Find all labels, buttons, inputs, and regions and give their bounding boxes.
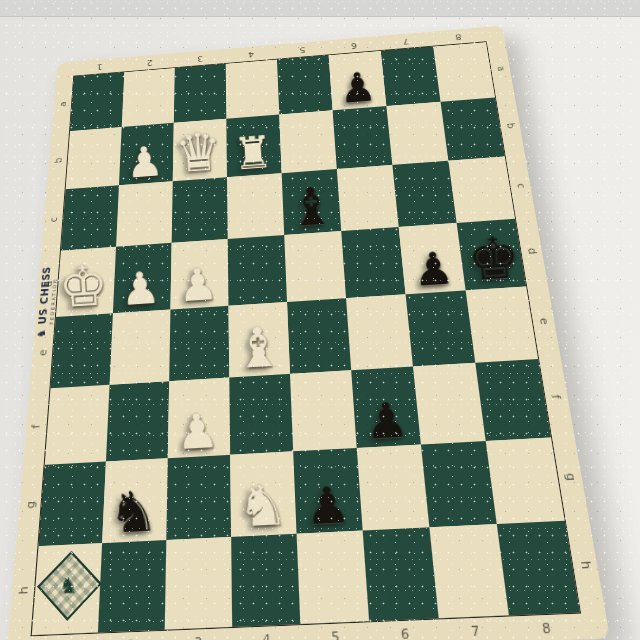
square-c2 bbox=[116, 181, 173, 247]
square-g8 bbox=[486, 437, 565, 525]
square-h2 bbox=[98, 540, 166, 632]
square-b4: ♜ bbox=[226, 114, 281, 177]
square-a6: ♟ bbox=[329, 51, 387, 110]
board-grid: ♟♟♛♜♝♚♟♟♟♚♝♟♟♞♞♟ bbox=[32, 42, 580, 635]
coord-label-4: 4 bbox=[232, 625, 301, 640]
piece-white-king: ♚ bbox=[57, 257, 110, 316]
coord-label-8: 8 bbox=[509, 614, 584, 640]
square-d3: ♟ bbox=[170, 239, 228, 309]
square-c6 bbox=[337, 164, 399, 231]
square-h6 bbox=[363, 528, 439, 622]
square-d2: ♟ bbox=[113, 243, 172, 313]
square-g3 bbox=[166, 454, 231, 540]
piece-black-pawn: ♟ bbox=[338, 66, 377, 109]
background-wall-strip bbox=[0, 0, 640, 17]
square-f3: ♟ bbox=[168, 377, 230, 457]
square-g6 bbox=[357, 444, 430, 531]
square-g4: ♞ bbox=[230, 451, 296, 537]
square-h3 bbox=[165, 537, 232, 630]
square-g2: ♞ bbox=[102, 458, 168, 544]
square-g7 bbox=[421, 440, 497, 527]
piece-black-pawn: ♟ bbox=[412, 245, 456, 293]
square-a7 bbox=[381, 47, 441, 106]
square-d7: ♟ bbox=[399, 223, 466, 294]
square-f4 bbox=[229, 374, 293, 455]
chess-board-mat: 12345678 12345678 abcdefgh abcdefgh ♞ US… bbox=[6, 26, 610, 640]
square-f8 bbox=[475, 359, 551, 441]
square-c1 bbox=[61, 185, 119, 251]
square-h7 bbox=[429, 524, 508, 618]
square-e1 bbox=[50, 313, 112, 388]
square-c5: ♝ bbox=[282, 169, 342, 236]
piece-black-king: ♚ bbox=[465, 228, 521, 289]
coord-label-7: 7 bbox=[439, 617, 513, 640]
square-d6 bbox=[341, 227, 405, 298]
piece-white-rook: ♜ bbox=[232, 128, 275, 175]
square-f7 bbox=[413, 363, 486, 444]
square-h4 bbox=[231, 534, 300, 627]
piece-white-knight: ♞ bbox=[235, 476, 289, 535]
square-c3 bbox=[172, 177, 228, 243]
square-c7 bbox=[392, 160, 456, 227]
coord-label-2: 2 bbox=[97, 631, 165, 640]
square-a4 bbox=[226, 59, 280, 118]
square-b3: ♛ bbox=[173, 119, 227, 181]
square-f6: ♟ bbox=[351, 366, 421, 447]
coord-label-6: 6 bbox=[369, 620, 441, 640]
square-a8 bbox=[433, 42, 495, 101]
coord-label-5: 5 bbox=[300, 622, 371, 640]
square-e8 bbox=[466, 286, 538, 362]
square-d5 bbox=[284, 231, 346, 302]
square-e7 bbox=[406, 290, 476, 366]
square-h5 bbox=[297, 531, 370, 624]
square-e3 bbox=[169, 306, 229, 381]
piece-black-pawn: ♟ bbox=[364, 395, 411, 446]
square-a2 bbox=[122, 68, 175, 127]
square-d1: ♚ bbox=[56, 247, 116, 317]
square-e6 bbox=[346, 294, 413, 370]
coord-label-3: 3 bbox=[164, 628, 232, 640]
square-b7 bbox=[386, 102, 448, 165]
piece-white-pawn: ♟ bbox=[125, 140, 164, 184]
square-b6 bbox=[333, 106, 393, 169]
piece-white-queen: ♛ bbox=[173, 124, 223, 180]
square-c4 bbox=[227, 173, 284, 239]
square-f1 bbox=[45, 385, 110, 465]
piece-white-pawn: ♟ bbox=[120, 265, 162, 312]
piece-white-pawn: ♟ bbox=[175, 406, 221, 456]
square-d4 bbox=[228, 235, 287, 306]
square-g1 bbox=[38, 461, 105, 546]
square-f5 bbox=[290, 370, 357, 451]
piece-white-bishop: ♝ bbox=[232, 318, 284, 376]
square-e5 bbox=[287, 298, 351, 374]
square-b8 bbox=[440, 97, 504, 160]
square-a3 bbox=[174, 64, 227, 123]
square-b5 bbox=[279, 110, 337, 173]
piece-black-bishop: ♝ bbox=[287, 180, 336, 234]
square-f2 bbox=[106, 381, 169, 461]
piece-white-pawn: ♟ bbox=[177, 261, 219, 308]
board-photo-scene: 12345678 12345678 abcdefgh abcdefgh ♞ US… bbox=[0, 0, 640, 640]
square-g5: ♟ bbox=[293, 447, 363, 534]
square-a5 bbox=[277, 55, 333, 114]
square-d8: ♚ bbox=[457, 219, 527, 290]
square-e4: ♝ bbox=[228, 302, 289, 377]
square-c8 bbox=[448, 156, 515, 223]
piece-black-pawn: ♟ bbox=[304, 480, 352, 533]
square-b2: ♟ bbox=[119, 123, 174, 185]
piece-black-knight: ♞ bbox=[106, 483, 159, 542]
square-a1 bbox=[70, 72, 124, 131]
square-b1 bbox=[66, 127, 122, 189]
square-e2 bbox=[110, 310, 171, 385]
